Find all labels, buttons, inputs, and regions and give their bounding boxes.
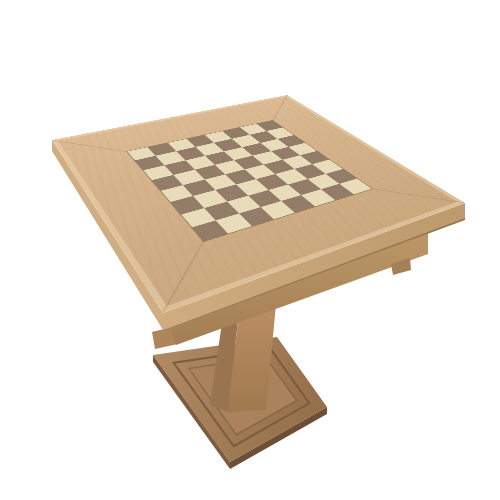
board-grid xyxy=(126,120,373,242)
miter-seam xyxy=(51,140,126,152)
scene xyxy=(0,0,500,500)
miter-seam xyxy=(273,95,288,120)
